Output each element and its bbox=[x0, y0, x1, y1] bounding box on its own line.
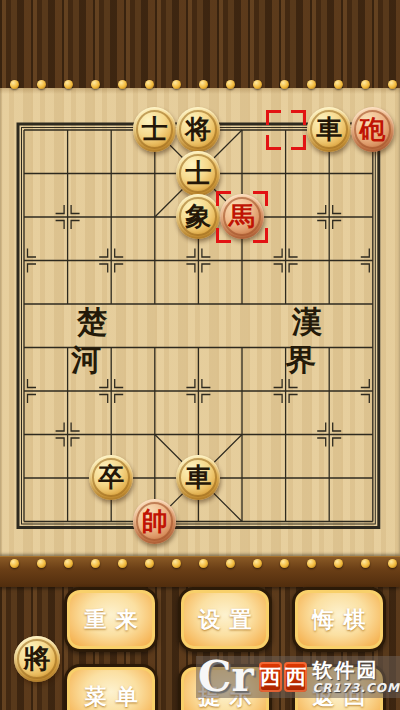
stud-icon bbox=[199, 559, 208, 568]
stud-icon bbox=[37, 80, 46, 89]
stud-icon bbox=[253, 559, 262, 568]
stud-icon bbox=[253, 80, 262, 89]
stud-icon bbox=[388, 559, 397, 568]
piece-black-士[interactable]: 士 bbox=[176, 151, 220, 196]
stud-icon bbox=[118, 80, 127, 89]
stud-icon bbox=[118, 559, 127, 568]
board-point: 帥 bbox=[133, 500, 177, 544]
stud-icon bbox=[280, 559, 289, 568]
board-point: 砲 bbox=[351, 108, 395, 152]
board-point: 車 bbox=[176, 456, 220, 500]
stud-icon bbox=[361, 80, 370, 89]
stud-icon bbox=[91, 80, 100, 89]
settings-button[interactable]: 设置 bbox=[178, 587, 272, 652]
turn-indicator-label: 將 bbox=[24, 641, 51, 677]
board-point: 馬 bbox=[220, 195, 264, 239]
stud-icon bbox=[10, 80, 19, 89]
stud-icon bbox=[10, 559, 19, 568]
piece-red-砲[interactable]: 砲 bbox=[351, 107, 395, 152]
watermark-brand-block-2: 西 bbox=[284, 662, 307, 692]
stud-icon bbox=[226, 559, 235, 568]
stud-icon bbox=[145, 559, 154, 568]
stud-icon bbox=[307, 80, 316, 89]
board-point: 象 bbox=[176, 195, 220, 239]
piece-black-車[interactable]: 車 bbox=[307, 107, 351, 152]
stud-icon bbox=[307, 559, 316, 568]
stud-icon bbox=[280, 80, 289, 89]
stud-icon bbox=[334, 559, 343, 568]
restart-button[interactable]: 重来 bbox=[64, 587, 158, 652]
board-point: 士 bbox=[133, 108, 177, 152]
stud-icon bbox=[64, 80, 73, 89]
watermark-logo: Cr bbox=[198, 656, 254, 698]
board-point: 車 bbox=[307, 108, 351, 152]
stud-icon bbox=[145, 80, 154, 89]
piece-black-車[interactable]: 車 bbox=[176, 455, 220, 500]
undo-button[interactable]: 悔棋 bbox=[292, 587, 386, 652]
piece-red-馬[interactable]: 馬 bbox=[220, 194, 264, 239]
turn-indicator-piece: 將 bbox=[14, 636, 60, 682]
stud-icon bbox=[91, 559, 100, 568]
board-point: 将 bbox=[176, 108, 220, 152]
xiangqi-board: 士将車砲士象馬卒車帥 bbox=[2, 108, 395, 543]
board-point: 卒 bbox=[89, 456, 133, 500]
menu-button[interactable]: 菜单 bbox=[64, 664, 158, 710]
stud-icon bbox=[334, 80, 343, 89]
watermark-brand-block-1: 西 bbox=[259, 662, 282, 692]
game-screen: 楚河 漢界 士将車砲士象馬卒車帥 將 重来 设置 悔棋 菜单 提示 返回 Cr … bbox=[0, 0, 400, 710]
piece-black-象[interactable]: 象 bbox=[176, 194, 220, 239]
stud-icon bbox=[37, 559, 46, 568]
stud-icon bbox=[172, 559, 181, 568]
piece-black-将[interactable]: 将 bbox=[176, 107, 220, 152]
piece-black-卒[interactable]: 卒 bbox=[89, 455, 133, 500]
stud-icon bbox=[226, 80, 235, 89]
board-point: 士 bbox=[176, 152, 220, 196]
stud-icon bbox=[361, 559, 370, 568]
piece-black-士[interactable]: 士 bbox=[133, 107, 177, 152]
stud-icon bbox=[388, 80, 397, 89]
watermark-site-url: CR173.COM bbox=[312, 682, 400, 694]
watermark-brand-suffix: 软件园 bbox=[312, 660, 400, 680]
stud-icon bbox=[64, 559, 73, 568]
stud-icon bbox=[199, 80, 208, 89]
piece-red-帥[interactable]: 帥 bbox=[133, 499, 177, 544]
stud-icon bbox=[172, 80, 181, 89]
watermark: Cr 西 西 软件园 CR173.COM bbox=[196, 656, 400, 698]
